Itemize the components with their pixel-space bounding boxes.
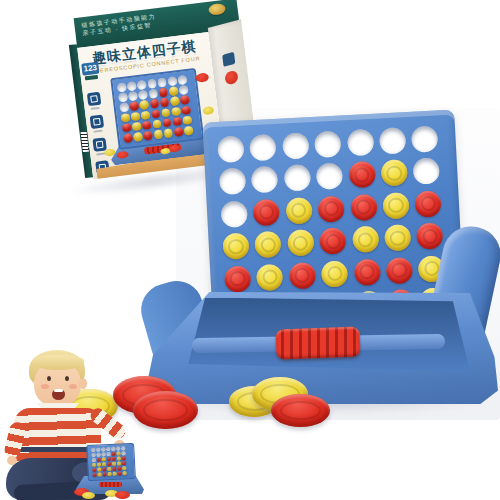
red-disc bbox=[115, 491, 130, 499]
yellow-disc bbox=[285, 197, 312, 224]
empty-hole bbox=[147, 79, 157, 89]
yellow-disc bbox=[287, 229, 314, 256]
yellow-disc bbox=[382, 192, 409, 219]
toy-base bbox=[146, 292, 498, 404]
yellow-disc bbox=[122, 471, 126, 475]
red-disc bbox=[353, 258, 380, 285]
red-disc bbox=[112, 457, 116, 461]
yellow-disc bbox=[255, 231, 282, 258]
child-eye bbox=[65, 376, 69, 381]
side-panel-red-disc-icon bbox=[224, 70, 238, 86]
empty-hole bbox=[101, 452, 105, 456]
red-disc bbox=[107, 457, 111, 461]
yellow-disc bbox=[82, 492, 95, 499]
red-disc bbox=[103, 472, 107, 476]
yellow-disc bbox=[381, 160, 408, 187]
yellow-disc bbox=[107, 472, 111, 476]
yellow-disc bbox=[352, 226, 379, 253]
red-disc bbox=[350, 194, 377, 221]
empty-hole bbox=[127, 81, 137, 91]
red-disc bbox=[289, 262, 316, 289]
empty-hole bbox=[138, 90, 148, 100]
red-disc bbox=[107, 462, 111, 466]
yellow-disc bbox=[121, 113, 131, 123]
yellow-disc bbox=[122, 466, 126, 470]
red-disc bbox=[117, 466, 121, 470]
red-disc bbox=[122, 456, 126, 460]
yellow-disc bbox=[102, 457, 106, 461]
yellow-disc bbox=[321, 260, 348, 287]
empty-hole bbox=[106, 447, 110, 451]
empty-hole bbox=[179, 85, 189, 95]
child-cheek bbox=[41, 384, 49, 389]
red-disc bbox=[122, 461, 126, 465]
yellow-disc bbox=[131, 112, 141, 122]
red-disc bbox=[111, 452, 115, 456]
red-disc bbox=[253, 199, 280, 226]
red-disc bbox=[224, 265, 251, 292]
empty-hole bbox=[413, 158, 440, 185]
red-disc bbox=[117, 471, 121, 475]
child-fringe bbox=[32, 355, 84, 370]
yellow-disc bbox=[116, 451, 120, 455]
empty-hole bbox=[106, 452, 110, 456]
empty-hole bbox=[121, 451, 125, 455]
empty-hole bbox=[121, 446, 125, 450]
mini-game-grid bbox=[91, 446, 130, 477]
empty-hole bbox=[251, 166, 278, 193]
empty-hole bbox=[92, 458, 96, 462]
red-disc bbox=[102, 467, 106, 471]
empty-hole bbox=[128, 91, 138, 101]
empty-hole bbox=[119, 103, 129, 113]
empty-hole bbox=[101, 447, 105, 451]
yellow-disc bbox=[384, 224, 411, 251]
red-slider-handle bbox=[276, 326, 361, 359]
red-disc bbox=[318, 195, 345, 222]
feature-blocks-icon bbox=[87, 92, 101, 106]
red-disc bbox=[123, 133, 133, 143]
empty-hole bbox=[167, 76, 177, 86]
red-disc bbox=[92, 468, 96, 472]
empty-hole bbox=[411, 125, 438, 152]
empty-hole bbox=[347, 129, 374, 156]
red-disc bbox=[319, 228, 346, 255]
yellow-disc bbox=[169, 86, 179, 96]
yellow-disc bbox=[222, 233, 249, 260]
brand-logo: 123 bbox=[81, 62, 99, 76]
empty-hole bbox=[217, 136, 244, 163]
empty-hole bbox=[314, 131, 341, 158]
side-panel-square-icon bbox=[222, 52, 235, 67]
empty-hole bbox=[178, 75, 188, 85]
mini-game-handle bbox=[99, 482, 122, 487]
empty-hole bbox=[316, 163, 343, 190]
red-disc bbox=[133, 391, 198, 429]
yellow-disc bbox=[97, 467, 101, 471]
empty-hole bbox=[284, 165, 311, 192]
red-disc bbox=[415, 190, 442, 217]
yellow-disc bbox=[117, 456, 121, 460]
empty-hole bbox=[91, 448, 95, 452]
empty-hole bbox=[117, 83, 127, 93]
empty-hole bbox=[157, 78, 167, 88]
empty-hole bbox=[148, 89, 158, 99]
red-disc bbox=[386, 257, 413, 284]
child-cheek bbox=[69, 384, 77, 389]
red-disc bbox=[159, 88, 169, 98]
empty-hole bbox=[116, 446, 120, 450]
red-disc bbox=[348, 161, 375, 188]
yellow-disc bbox=[256, 263, 283, 290]
yellow-disc bbox=[112, 462, 116, 466]
child-eye bbox=[47, 376, 51, 381]
empty-hole bbox=[282, 132, 309, 159]
yellow-disc bbox=[98, 472, 102, 476]
feature-material-icon bbox=[90, 115, 104, 129]
yellow-disc bbox=[92, 463, 96, 467]
empty-hole bbox=[96, 453, 100, 457]
empty-hole bbox=[118, 93, 128, 103]
mini-game-board bbox=[86, 443, 136, 481]
empty-hole bbox=[221, 200, 248, 227]
red-disc bbox=[122, 123, 132, 133]
red-disc bbox=[416, 222, 443, 249]
yellow-disc bbox=[97, 462, 101, 466]
brand-banner bbox=[85, 75, 98, 81]
mini-connect-four bbox=[74, 444, 150, 500]
yellow-disc bbox=[117, 461, 121, 465]
red-disc bbox=[112, 467, 116, 471]
empty-hole bbox=[137, 80, 147, 90]
connect-four-toy bbox=[140, 100, 500, 412]
child-teeth bbox=[54, 389, 63, 392]
red-disc bbox=[93, 473, 97, 477]
red-disc bbox=[129, 101, 139, 111]
empty-hole bbox=[250, 134, 277, 161]
empty-hole bbox=[379, 127, 406, 154]
yellow-disc bbox=[102, 462, 106, 466]
red-disc bbox=[271, 394, 330, 427]
yellow-disc bbox=[112, 472, 116, 476]
empty-hole bbox=[96, 448, 100, 452]
product-photo: 锻炼孩子动手动脑能力 亲子互动 · 快乐益智 趣味立体四子棋 STEREOSCO… bbox=[0, 0, 500, 500]
empty-hole bbox=[219, 168, 246, 195]
red-disc bbox=[97, 457, 101, 461]
child-ear bbox=[79, 378, 87, 389]
empty-hole bbox=[111, 447, 115, 451]
empty-hole bbox=[92, 453, 96, 457]
yellow-disc bbox=[107, 467, 111, 471]
